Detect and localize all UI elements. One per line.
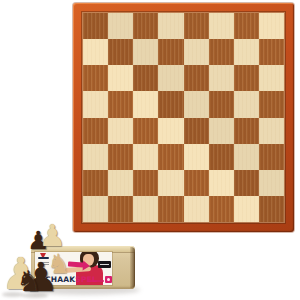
square-d3 (158, 144, 183, 170)
square-d4 (158, 118, 183, 144)
square-a5 (83, 91, 108, 117)
square-e6 (184, 65, 209, 91)
square-f6 (209, 65, 234, 91)
square-f2 (209, 170, 234, 196)
square-h8 (259, 13, 284, 39)
square-b5 (108, 91, 133, 117)
square-f5 (209, 91, 234, 117)
square-g1 (234, 196, 259, 222)
square-f4 (209, 118, 234, 144)
brand-logo-square (105, 276, 112, 283)
square-a8 (83, 13, 108, 39)
loose-dark-knight-on-table: ♞ (16, 267, 42, 296)
product-photo: ♞ SCHAAKSPEL ♟ ♟ ♟ ♟ ♞ (0, 0, 300, 300)
square-a6 (83, 65, 108, 91)
square-g6 (234, 65, 259, 91)
square-c1 (133, 196, 158, 222)
chess-board (73, 3, 294, 232)
box-right-edge (130, 247, 135, 288)
square-d6 (158, 65, 183, 91)
loose-light-pawn-on-lid: ♟ (39, 221, 66, 251)
square-c8 (133, 13, 158, 39)
square-c2 (133, 170, 158, 196)
square-g3 (234, 144, 259, 170)
square-f3 (209, 144, 234, 170)
square-e2 (184, 170, 209, 196)
square-a3 (83, 144, 108, 170)
square-g8 (234, 13, 259, 39)
square-b2 (108, 170, 133, 196)
square-h7 (259, 39, 284, 65)
square-b6 (108, 65, 133, 91)
square-a1 (83, 196, 108, 222)
square-h5 (259, 91, 284, 117)
square-d5 (158, 91, 183, 117)
square-b1 (108, 196, 133, 222)
square-e1 (184, 196, 209, 222)
square-b3 (108, 144, 133, 170)
square-b8 (108, 13, 133, 39)
square-h3 (259, 144, 284, 170)
square-g7 (234, 39, 259, 65)
square-c6 (133, 65, 158, 91)
square-h4 (259, 118, 284, 144)
square-b7 (108, 39, 133, 65)
square-c7 (133, 39, 158, 65)
square-a4 (83, 118, 108, 144)
square-f7 (209, 39, 234, 65)
square-d2 (158, 170, 183, 196)
square-c3 (133, 144, 158, 170)
square-c4 (133, 118, 158, 144)
square-a2 (83, 170, 108, 196)
square-f8 (209, 13, 234, 39)
square-e8 (184, 13, 209, 39)
black-badge (98, 261, 111, 268)
square-g2 (234, 170, 259, 196)
red-arrow-icon (68, 261, 84, 267)
square-b4 (108, 118, 133, 144)
square-h1 (259, 196, 284, 222)
square-d1 (158, 196, 183, 222)
label-fineprint (88, 280, 104, 282)
square-e5 (184, 91, 209, 117)
square-a7 (83, 39, 108, 65)
square-g5 (234, 91, 259, 117)
square-f1 (209, 196, 234, 222)
square-d8 (158, 13, 183, 39)
square-h6 (259, 65, 284, 91)
square-g4 (234, 118, 259, 144)
square-e4 (184, 118, 209, 144)
square-d7 (158, 39, 183, 65)
square-e7 (184, 39, 209, 65)
square-e3 (184, 144, 209, 170)
square-h2 (259, 170, 284, 196)
square-c5 (133, 91, 158, 117)
board-grid (83, 13, 284, 222)
